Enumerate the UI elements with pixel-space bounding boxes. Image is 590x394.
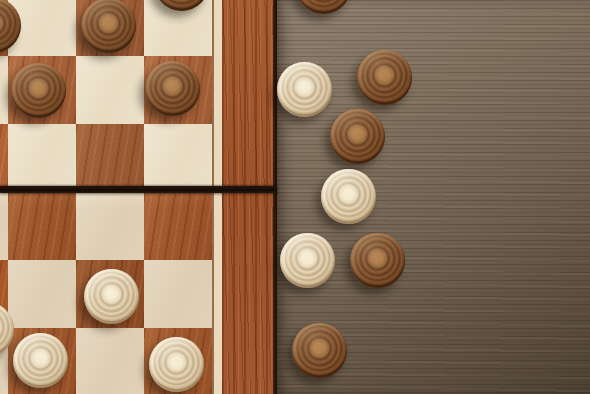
checker-piece-brown[interactable]	[145, 61, 200, 116]
checker-piece-cream[interactable]	[280, 233, 335, 288]
checker-piece-brown[interactable]	[330, 109, 385, 164]
checker-piece-brown[interactable]	[154, 0, 209, 11]
checker-piece-cream[interactable]	[149, 337, 204, 392]
checker-piece-brown[interactable]	[81, 0, 136, 53]
checker-piece-cream[interactable]	[321, 169, 376, 224]
checkers-photo-scene	[0, 0, 590, 394]
checker-piece-brown[interactable]	[292, 323, 347, 378]
pieces-layer	[0, 0, 590, 394]
checker-piece-brown[interactable]	[11, 63, 66, 118]
checker-piece-cream[interactable]	[13, 333, 68, 388]
checker-piece-brown[interactable]	[296, 0, 351, 14]
checker-piece-brown[interactable]	[350, 233, 405, 288]
checker-piece-brown[interactable]	[0, 0, 21, 53]
checker-piece-brown[interactable]	[357, 50, 412, 105]
checker-piece-cream[interactable]	[277, 62, 332, 117]
checker-piece-cream[interactable]	[84, 269, 139, 324]
checker-piece-cream[interactable]	[0, 302, 14, 357]
